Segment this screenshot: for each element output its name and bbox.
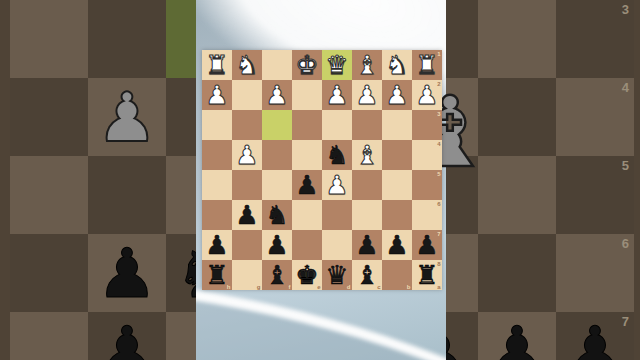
board-square-a4[interactable]: 4	[412, 140, 442, 170]
board-square-b4[interactable]	[382, 140, 412, 170]
board-square-g8[interactable]: g	[232, 260, 262, 290]
board-square-a3[interactable]: 3	[412, 110, 442, 140]
bg-rank-label: 3	[622, 2, 629, 17]
black-bishop-piece[interactable]: ♝	[262, 260, 292, 290]
black-knight-piece[interactable]: ♞	[322, 140, 352, 170]
bg-square	[478, 0, 556, 78]
file-label: c	[377, 284, 380, 290]
board-square-g7[interactable]	[232, 230, 262, 260]
board-square-e3[interactable]	[292, 110, 322, 140]
board-square-d5[interactable]: ♟	[322, 170, 352, 200]
white-pawn-piece[interactable]: ♟	[232, 140, 262, 170]
board-square-b3[interactable]	[382, 110, 412, 140]
board-square-h7[interactable]: ♟	[202, 230, 232, 260]
board-square-a7[interactable]: ♟7	[412, 230, 442, 260]
video-frame: 123♟45♟♞6♟♟♟♟78 ♝ ♜♞♚♛♝♞♜1♟♟♟♟♟♟23♟♞♝4♟♟…	[0, 0, 640, 360]
board-square-c3[interactable]	[352, 110, 382, 140]
rank-label: 3	[437, 111, 440, 117]
bg-square: 3	[556, 0, 634, 78]
black-knight-piece[interactable]: ♞	[262, 200, 292, 230]
board-square-c6[interactable]	[352, 200, 382, 230]
board-square-d1[interactable]: ♛	[322, 50, 352, 80]
board-square-c2[interactable]: ♟	[352, 80, 382, 110]
board-square-a5[interactable]: 5	[412, 170, 442, 200]
white-rook-piece[interactable]: ♜	[202, 50, 232, 80]
board-square-a1[interactable]: ♜1	[412, 50, 442, 80]
board-square-f6[interactable]: ♞	[262, 200, 292, 230]
board-square-a2[interactable]: ♟2	[412, 80, 442, 110]
bg-square: ♟	[88, 312, 166, 360]
board-square-c7[interactable]: ♟	[352, 230, 382, 260]
black-pawn-piece[interactable]: ♟	[382, 230, 412, 260]
board-square-d8[interactable]: ♛d	[322, 260, 352, 290]
bg-rank-label: 5	[622, 158, 629, 173]
white-knight-piece[interactable]: ♞	[232, 50, 262, 80]
board-square-e4[interactable]	[292, 140, 322, 170]
board-square-f5[interactable]	[262, 170, 292, 200]
white-pawn-piece[interactable]: ♟	[352, 80, 382, 110]
black-pawn-piece[interactable]: ♟	[262, 230, 292, 260]
board-square-a8[interactable]: ♜8a	[412, 260, 442, 290]
rank-label: 4	[437, 141, 440, 147]
rank-label: 2	[437, 81, 440, 87]
black-pawn-piece[interactable]: ♟	[232, 200, 262, 230]
board-square-d4[interactable]: ♞	[322, 140, 352, 170]
file-label: d	[347, 284, 351, 290]
bg-square	[10, 156, 88, 234]
white-queen-piece[interactable]: ♛	[322, 50, 352, 80]
white-bishop-piece[interactable]: ♝	[352, 50, 382, 80]
bg-rank-label: 4	[622, 80, 629, 95]
file-label: e	[317, 284, 320, 290]
bg-piece: ♟	[88, 234, 166, 312]
white-bishop-piece[interactable]: ♝	[352, 140, 382, 170]
board-square-e1[interactable]: ♚	[292, 50, 322, 80]
board-square-c1[interactable]: ♝	[352, 50, 382, 80]
board-square-g5[interactable]	[232, 170, 262, 200]
board-square-h5[interactable]	[202, 170, 232, 200]
white-knight-piece[interactable]: ♞	[382, 50, 412, 80]
black-pawn-piece[interactable]: ♟	[202, 230, 232, 260]
board-square-f4[interactable]	[262, 140, 292, 170]
bg-square	[10, 234, 88, 312]
board-square-d7[interactable]	[322, 230, 352, 260]
board-square-g4[interactable]: ♟	[232, 140, 262, 170]
bg-piece: ♟	[88, 78, 166, 156]
board-square-e6[interactable]	[292, 200, 322, 230]
bg-rank-label: 6	[622, 236, 629, 251]
chess-board[interactable]: ♜♞♚♛♝♞♜1♟♟♟♟♟♟23♟♞♝4♟♟5♟♞6♟♟♟♟♟7♜hg♝f♚e♛…	[202, 50, 442, 290]
bg-square: ♟	[88, 234, 166, 312]
board-square-a6[interactable]: 6	[412, 200, 442, 230]
bg-square: ♟	[88, 78, 166, 156]
rank-label: 7	[437, 231, 440, 237]
rank-label: 5	[437, 171, 440, 177]
board-square-d6[interactable]	[322, 200, 352, 230]
white-pawn-piece[interactable]: ♟	[322, 80, 352, 110]
board-square-c8[interactable]: ♝c	[352, 260, 382, 290]
white-king-piece[interactable]: ♚	[292, 50, 322, 80]
board-square-h4[interactable]	[202, 140, 232, 170]
board-square-f2[interactable]: ♟	[262, 80, 292, 110]
board-square-b5[interactable]	[382, 170, 412, 200]
board-square-g1[interactable]: ♞	[232, 50, 262, 80]
bg-square	[88, 0, 166, 78]
board-square-h3[interactable]	[202, 110, 232, 140]
bg-square	[10, 0, 88, 78]
board-square-d3[interactable]	[322, 110, 352, 140]
white-pawn-piece[interactable]: ♟	[382, 80, 412, 110]
file-label: h	[227, 284, 231, 290]
bg-square	[10, 78, 88, 156]
board-square-g6[interactable]: ♟	[232, 200, 262, 230]
board-square-f8[interactable]: ♝f	[262, 260, 292, 290]
board-square-b2[interactable]: ♟	[382, 80, 412, 110]
board-square-h1[interactable]: ♜	[202, 50, 232, 80]
white-pawn-piece[interactable]: ♟	[262, 80, 292, 110]
board-square-e8[interactable]: ♚e	[292, 260, 322, 290]
bg-piece: ♟	[88, 312, 166, 360]
black-pawn-piece[interactable]: ♟	[352, 230, 382, 260]
file-label: f	[289, 284, 291, 290]
rank-label: 1	[437, 51, 440, 57]
board-square-c4[interactable]: ♝	[352, 140, 382, 170]
black-pawn-piece[interactable]: ♟	[292, 170, 322, 200]
bg-piece: ♟	[478, 312, 556, 360]
rank-label: 8	[437, 261, 440, 267]
board-square-h8[interactable]: ♜h	[202, 260, 232, 290]
file-label: g	[257, 284, 261, 290]
bg-square: ♟	[478, 312, 556, 360]
board-square-g2[interactable]	[232, 80, 262, 110]
bg-square: 5	[556, 156, 634, 234]
board-square-f1[interactable]	[262, 50, 292, 80]
bg-square	[88, 156, 166, 234]
board-square-f3[interactable]	[262, 110, 292, 140]
board-square-e7[interactable]	[292, 230, 322, 260]
bg-square: 6	[556, 234, 634, 312]
board-square-e2[interactable]	[292, 80, 322, 110]
board-square-h2[interactable]: ♟	[202, 80, 232, 110]
file-label: b	[407, 284, 411, 290]
board-square-b1[interactable]: ♞	[382, 50, 412, 80]
board-square-b7[interactable]: ♟	[382, 230, 412, 260]
board-square-f7[interactable]: ♟	[262, 230, 292, 260]
board-square-h6[interactable]	[202, 200, 232, 230]
board-square-b6[interactable]	[382, 200, 412, 230]
board-square-g3[interactable]	[232, 110, 262, 140]
bg-rank-label: 7	[622, 314, 629, 329]
file-label: a	[437, 284, 440, 290]
bg-square: 4	[556, 78, 634, 156]
bg-square	[478, 234, 556, 312]
white-pawn-piece[interactable]: ♟	[322, 170, 352, 200]
bg-square	[10, 312, 88, 360]
board-square-b8[interactable]: b	[382, 260, 412, 290]
rank-label: 6	[437, 201, 440, 207]
board-square-e5[interactable]: ♟	[292, 170, 322, 200]
board-square-c5[interactable]	[352, 170, 382, 200]
board-square-d2[interactable]: ♟	[322, 80, 352, 110]
white-pawn-piece[interactable]: ♟	[202, 80, 232, 110]
bg-square: ♟7	[556, 312, 634, 360]
